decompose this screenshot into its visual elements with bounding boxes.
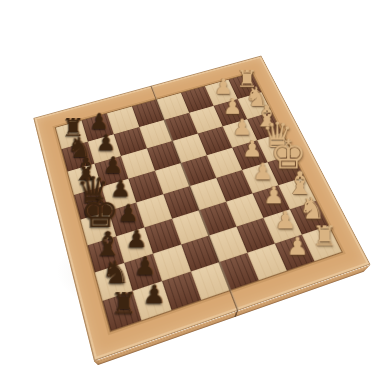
piece-black-pawn: ♟ — [134, 254, 157, 279]
piece-black-pawn: ♟ — [143, 282, 166, 308]
square-g3 — [236, 218, 274, 253]
square-h6 — [162, 271, 201, 310]
square-h3 — [247, 244, 286, 281]
chess-set-photo: ♜♟♟♜♞♟♟♞♝♟♟♝♛♟♟♛♚♟♟♚♝♟♟♝♞♟♟♞♜♟♟♜ — [0, 0, 380, 380]
piece-black-knight: ♞ — [101, 257, 130, 289]
piece-white-rook: ♜ — [312, 222, 337, 250]
piece-white-pawn: ♟ — [287, 234, 309, 259]
square-e6 — [136, 194, 172, 227]
square-g5 — [181, 235, 219, 271]
piece-black-rook: ♜ — [111, 289, 137, 318]
square-h4 — [219, 253, 258, 290]
square-f5 — [172, 210, 209, 244]
square-g4 — [209, 227, 247, 262]
square-f6 — [144, 219, 181, 254]
square-f3 — [226, 193, 263, 226]
square-g6 — [153, 244, 191, 281]
piece-white-pawn: ♟ — [263, 184, 284, 207]
piece-black-pawn: ♟ — [126, 227, 148, 251]
square-f4 — [199, 202, 236, 236]
square-e5 — [163, 186, 199, 219]
square-h5 — [191, 262, 230, 300]
piece-white-pawn: ♟ — [275, 209, 297, 233]
piece-black-pawn: ♟ — [118, 202, 139, 226]
